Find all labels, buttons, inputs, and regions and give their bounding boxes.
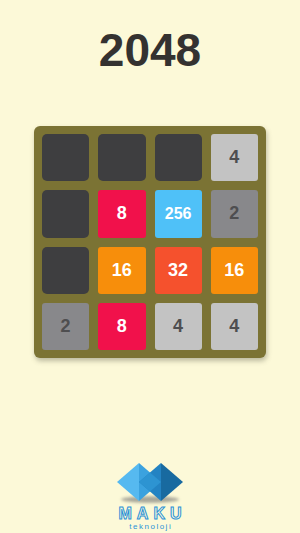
app-screen: 2048 4825621632162844 MAKU teknoloji	[0, 0, 300, 533]
tile-2: 2	[211, 190, 258, 237]
tile-16: 16	[98, 247, 145, 294]
game-title: 2048	[0, 26, 300, 74]
tile-16: 16	[211, 247, 258, 294]
tile-4: 4	[211, 303, 258, 350]
empty-cell	[42, 134, 89, 181]
empty-cell	[155, 134, 202, 181]
tile-256: 256	[155, 190, 202, 237]
maku-logo-icon	[115, 462, 185, 506]
tile-4: 4	[155, 303, 202, 350]
logo-company-subtitle: teknoloji	[128, 523, 172, 531]
tile-8: 8	[98, 190, 145, 237]
tile-2: 2	[42, 303, 89, 350]
tile-8: 8	[98, 303, 145, 350]
empty-cell	[98, 134, 145, 181]
tile-32: 32	[155, 247, 202, 294]
board[interactable]: 4825621632162844	[34, 126, 266, 358]
tile-4: 4	[211, 134, 258, 181]
empty-cell	[42, 190, 89, 237]
footer-logo: MAKU teknoloji	[0, 462, 300, 531]
logo-company-name: MAKU	[114, 507, 187, 521]
empty-cell	[42, 247, 89, 294]
